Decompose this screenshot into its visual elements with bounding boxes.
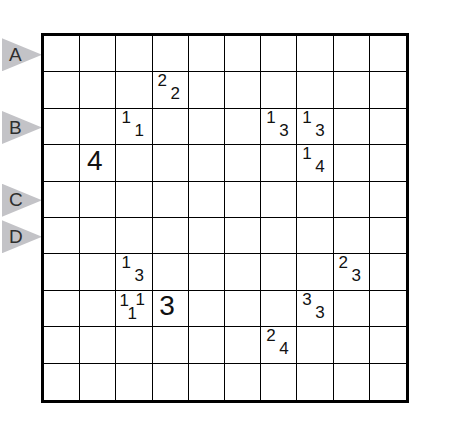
cell-r2c1[interactable]	[80, 109, 116, 145]
clue-digit: 1	[121, 111, 130, 125]
clue-digit: 4	[315, 160, 324, 174]
cell-r8c2[interactable]	[116, 327, 152, 363]
answer-marker-B: B	[2, 111, 42, 144]
cell-r6c5[interactable]	[225, 254, 261, 290]
cell-r0c0[interactable]	[44, 36, 80, 72]
clue-digit: 3	[134, 269, 143, 283]
cell-r7c8[interactable]	[334, 291, 370, 327]
answer-marker-A: A	[2, 38, 42, 71]
cell-r7c6[interactable]	[261, 291, 297, 327]
cell-r6c9[interactable]	[370, 254, 406, 290]
right-arrow-icon	[2, 38, 42, 71]
cell-r4c4[interactable]	[189, 182, 225, 218]
clue-digit: 2	[158, 74, 167, 88]
clue-digit: 1	[127, 307, 136, 321]
cell-r9c0[interactable]	[44, 364, 80, 400]
cell-r2c3[interactable]	[153, 109, 189, 145]
cell-r4c9[interactable]	[370, 182, 406, 218]
cell-r3c3[interactable]	[153, 145, 189, 181]
answer-marker-D: D	[2, 220, 42, 253]
answer-marker-label: D	[9, 226, 23, 248]
cell-r0c9[interactable]	[370, 36, 406, 72]
clue-digit: 1	[121, 256, 130, 270]
cell-r8c6: 24	[261, 327, 297, 363]
cell-r0c1[interactable]	[80, 36, 116, 72]
cell-r1c1[interactable]	[80, 72, 116, 108]
tapa-board: 22111313414132311133324	[41, 33, 409, 403]
clue-digit: 3	[279, 124, 288, 138]
cell-r5c6[interactable]	[261, 218, 297, 254]
cell-r0c8[interactable]	[334, 36, 370, 72]
cell-r5c5[interactable]	[225, 218, 261, 254]
cell-r8c5[interactable]	[225, 327, 261, 363]
answer-marker-C: C	[2, 184, 42, 217]
cell-r8c3[interactable]	[153, 327, 189, 363]
cell-r7c9[interactable]	[370, 291, 406, 327]
cell-r2c7: 13	[297, 109, 333, 145]
cell-r2c8[interactable]	[334, 109, 370, 145]
cell-r1c7[interactable]	[297, 72, 333, 108]
cell-r8c4[interactable]	[189, 327, 225, 363]
cell-r9c2[interactable]	[116, 364, 152, 400]
cell-r5c3[interactable]	[153, 218, 189, 254]
cell-r8c1[interactable]	[80, 327, 116, 363]
cell-r8c8[interactable]	[334, 327, 370, 363]
cell-r6c0[interactable]	[44, 254, 80, 290]
clue-digit: 3	[302, 293, 311, 307]
cell-r6c7[interactable]	[297, 254, 333, 290]
clue-digit: 4	[279, 342, 288, 356]
clue-digit: 2	[171, 87, 180, 101]
cell-r1c0[interactable]	[44, 72, 80, 108]
cell-r3c9[interactable]	[370, 145, 406, 181]
cell-r7c0[interactable]	[44, 291, 80, 327]
cell-r3c7: 14	[297, 145, 333, 181]
cell-r9c9[interactable]	[370, 364, 406, 400]
cell-r6c4[interactable]	[189, 254, 225, 290]
cell-r1c6[interactable]	[261, 72, 297, 108]
cell-r5c4[interactable]	[189, 218, 225, 254]
clue-digit: 3	[315, 306, 324, 320]
clue-digit: 3	[150, 289, 185, 324]
cell-r3c1: 4	[80, 145, 116, 181]
cell-r1c8[interactable]	[334, 72, 370, 108]
answer-marker-label: B	[9, 117, 22, 139]
cell-r4c0[interactable]	[44, 182, 80, 218]
cell-r6c3[interactable]	[153, 254, 189, 290]
cell-r6c2: 13	[116, 254, 152, 290]
cell-r0c7[interactable]	[297, 36, 333, 72]
cell-r7c7: 33	[297, 291, 333, 327]
cell-r4c5[interactable]	[225, 182, 261, 218]
cell-r4c2[interactable]	[116, 182, 152, 218]
cell-r7c4[interactable]	[189, 291, 225, 327]
cell-r9c5[interactable]	[225, 364, 261, 400]
cell-r4c8[interactable]	[334, 182, 370, 218]
clue-digit: 3	[352, 269, 361, 283]
cell-r2c9[interactable]	[370, 109, 406, 145]
cell-r4c6[interactable]	[261, 182, 297, 218]
cell-r1c2[interactable]	[116, 72, 152, 108]
clue-digit: 1	[302, 111, 311, 125]
cell-r4c3[interactable]	[153, 182, 189, 218]
cell-r9c3[interactable]	[153, 364, 189, 400]
cell-r3c6[interactable]	[261, 145, 297, 181]
cell-r9c4[interactable]	[189, 364, 225, 400]
cell-r9c1[interactable]	[80, 364, 116, 400]
cell-r5c1[interactable]	[80, 218, 116, 254]
cell-r1c3: 22	[153, 72, 189, 108]
clue-digit: 3	[315, 124, 324, 138]
answer-marker-label: C	[9, 189, 23, 211]
cell-r9c6[interactable]	[261, 364, 297, 400]
cell-r9c8[interactable]	[334, 364, 370, 400]
cell-r3c2[interactable]	[116, 145, 152, 181]
cell-r0c4[interactable]	[189, 36, 225, 72]
cell-r3c0[interactable]	[44, 145, 80, 181]
cell-r1c9[interactable]	[370, 72, 406, 108]
cell-r0c6[interactable]	[261, 36, 297, 72]
cell-r5c9[interactable]	[370, 218, 406, 254]
cell-r3c4[interactable]	[189, 145, 225, 181]
clue-digit: 4	[77, 143, 112, 178]
clue-digit: 1	[134, 124, 143, 138]
right-arrow-icon	[2, 111, 42, 144]
cell-r8c7[interactable]	[297, 327, 333, 363]
cell-r2c6: 13	[261, 109, 297, 145]
clue-digit: 1	[266, 111, 275, 125]
cell-r5c2[interactable]	[116, 218, 152, 254]
cell-r6c8: 23	[334, 254, 370, 290]
cell-r5c7[interactable]	[297, 218, 333, 254]
cell-r7c3: 3	[153, 291, 189, 327]
cell-r6c1[interactable]	[80, 254, 116, 290]
cell-r6c6[interactable]	[261, 254, 297, 290]
cell-r5c8[interactable]	[334, 218, 370, 254]
cell-r0c2[interactable]	[116, 36, 152, 72]
cell-r7c5[interactable]	[225, 291, 261, 327]
cell-r7c2: 111	[116, 291, 152, 327]
clue-digit: 2	[339, 256, 348, 270]
cell-r2c5[interactable]	[225, 109, 261, 145]
cell-r5c0[interactable]	[44, 218, 80, 254]
clue-digit: 2	[266, 329, 275, 343]
cell-r9c7[interactable]	[297, 364, 333, 400]
cell-r3c5[interactable]	[225, 145, 261, 181]
cell-r1c5[interactable]	[225, 72, 261, 108]
answer-marker-label: A	[9, 44, 22, 66]
cell-r7c1[interactable]	[80, 291, 116, 327]
cell-r2c0[interactable]	[44, 109, 80, 145]
cell-r1c4[interactable]	[189, 72, 225, 108]
puzzle-canvas: ABCD 22111313414132311133324	[0, 0, 449, 437]
cell-r0c5[interactable]	[225, 36, 261, 72]
cell-r0c3[interactable]	[153, 36, 189, 72]
cell-r3c8[interactable]	[334, 145, 370, 181]
cell-r4c1[interactable]	[80, 182, 116, 218]
cell-r8c9[interactable]	[370, 327, 406, 363]
cell-r8c0[interactable]	[44, 327, 80, 363]
cell-r2c4[interactable]	[189, 109, 225, 145]
cell-r2c2: 11	[116, 109, 152, 145]
clue-digit: 1	[302, 147, 311, 161]
cell-r4c7[interactable]	[297, 182, 333, 218]
